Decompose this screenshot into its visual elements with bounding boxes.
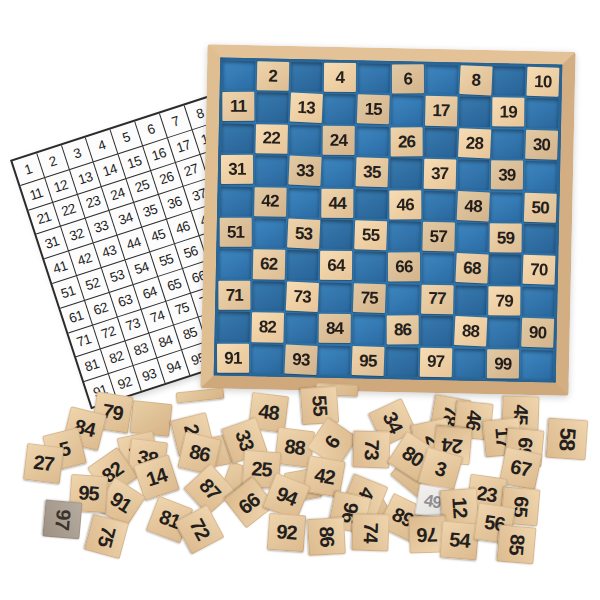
loose-tile-85[interactable]: 85	[496, 524, 536, 564]
product-photo-scene: 1234567891011121314151617181920212223242…	[0, 0, 600, 600]
loose-tile-73[interactable]: 73	[352, 430, 390, 468]
loose-tile-54[interactable]: 54	[439, 520, 479, 560]
loose-tile-92[interactable]: 92	[267, 513, 306, 552]
loose-tile-74[interactable]: 74	[351, 513, 389, 551]
loose-tile-58[interactable]: 58	[546, 418, 589, 461]
blank-tile[interactable]	[176, 388, 225, 404]
loose-tile-55[interactable]: 55	[300, 386, 339, 425]
loose-tiles: 7948553478464584292241758695183386886738…	[0, 0, 600, 600]
loose-tile-86[interactable]: 86	[307, 517, 346, 556]
loose-tile-97[interactable]: 97	[42, 499, 82, 539]
loose-tile-75[interactable]: 75	[84, 514, 129, 559]
loose-tile-27[interactable]: 27	[23, 443, 64, 484]
